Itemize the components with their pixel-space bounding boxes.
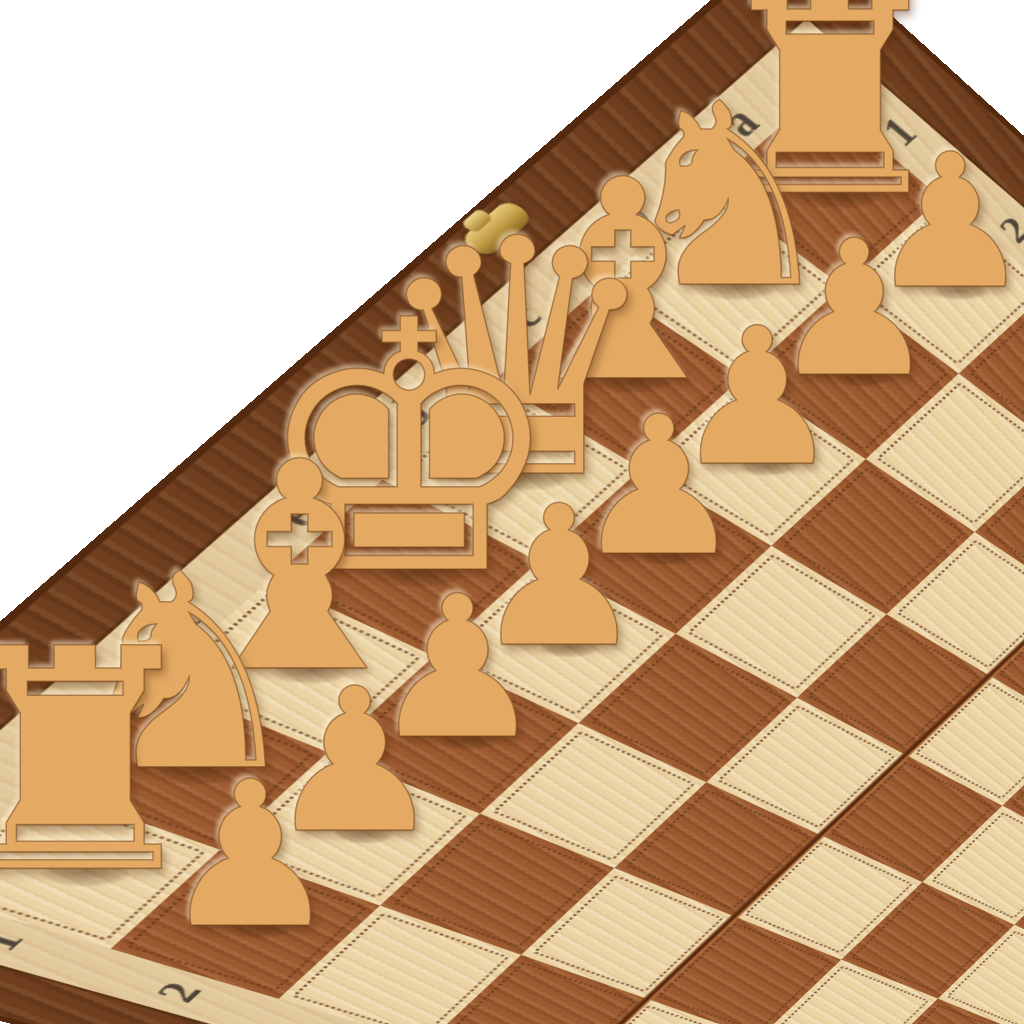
- photo-stage: hhggffeeddccbbaa1122334455667788 ♜♞♝♛♚♝♞…: [0, 0, 1024, 1024]
- piece-white-pawn-h2[interactable]: ♟: [160, 755, 341, 956]
- pieces-layer: ♜♞♝♛♚♝♞♜♟♟♟♟♟♟♟♟: [0, 0, 1024, 1024]
